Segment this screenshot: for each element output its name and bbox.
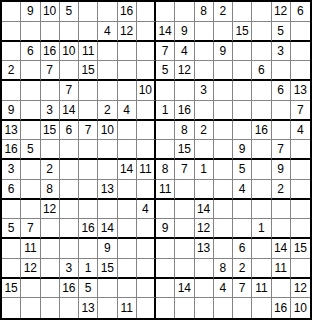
grid-cell-empty[interactable] (41, 81, 60, 101)
grid-cell-empty[interactable] (21, 279, 40, 299)
grid-cell-empty[interactable] (272, 219, 291, 239)
grid-cell-given: 14 (175, 279, 194, 299)
grid-cell-empty[interactable] (60, 22, 79, 42)
grid-cell-given: 6 (291, 2, 310, 22)
grid-cell-empty[interactable] (214, 61, 233, 81)
grid-cell-given: 3 (41, 101, 60, 121)
grid-cell-empty[interactable] (41, 22, 60, 42)
grid-cell-empty[interactable] (60, 140, 79, 160)
grid-cell-given: 16 (60, 279, 79, 299)
grid-cell-empty[interactable] (214, 22, 233, 42)
grid-cell-given: 13 (2, 121, 21, 141)
grid-cell-empty[interactable] (233, 298, 252, 318)
grid-cell-empty[interactable] (214, 200, 233, 220)
grid-cell-empty[interactable] (156, 2, 175, 22)
grid-cell-empty[interactable] (252, 140, 271, 160)
grid-cell-empty[interactable] (137, 42, 156, 62)
grid-cell-empty[interactable] (175, 259, 194, 279)
grid-cell-empty[interactable] (175, 239, 194, 259)
grid-cell-given: 11 (272, 259, 291, 279)
grid-cell-empty[interactable] (195, 140, 214, 160)
grid-cell-empty[interactable] (291, 61, 310, 81)
grid-cell-given: 7 (21, 219, 40, 239)
grid-cell-empty[interactable] (214, 180, 233, 200)
grid-cell-empty[interactable] (233, 81, 252, 101)
grid-cell-given: 13 (195, 239, 214, 259)
grid-cell-empty[interactable] (118, 200, 137, 220)
grid-cell-empty[interactable] (21, 101, 40, 121)
grid-cell-empty[interactable] (214, 160, 233, 180)
grid-cell-empty[interactable] (252, 180, 271, 200)
grid-cell-empty[interactable] (233, 200, 252, 220)
grid-cell-empty[interactable] (60, 180, 79, 200)
grid-cell-empty[interactable] (252, 42, 271, 62)
grid-cell-empty[interactable] (21, 200, 40, 220)
grid-cell-empty[interactable] (21, 160, 40, 180)
grid-cell-empty[interactable] (252, 200, 271, 220)
grid-cell-empty[interactable] (60, 61, 79, 81)
grid-cell-empty[interactable] (233, 121, 252, 141)
grid-cell-given: 15 (79, 61, 98, 81)
grid-cell-given: 10 (291, 298, 310, 318)
grid-cell-empty[interactable] (137, 121, 156, 141)
grid-cell-empty[interactable] (137, 101, 156, 121)
grid-cell-empty[interactable] (79, 2, 98, 22)
grid-cell-given: 14 (118, 160, 137, 180)
grid-cell-given: 6 (272, 81, 291, 101)
grid-cell-empty[interactable] (21, 180, 40, 200)
grid-cell-given: 11 (21, 239, 40, 259)
grid-cell-empty[interactable] (156, 81, 175, 101)
grid-cell-given: 9 (98, 239, 117, 259)
grid-cell-empty[interactable] (291, 219, 310, 239)
grid-cell-given: 9 (272, 160, 291, 180)
grid-cell-given: 10 (98, 121, 117, 141)
grid-cell-empty[interactable] (118, 81, 137, 101)
grid-cell-given: 4 (98, 22, 117, 42)
grid-cell-given: 6 (21, 42, 40, 62)
grid-cell-empty[interactable] (156, 200, 175, 220)
grid-cell-empty[interactable] (195, 279, 214, 299)
grid-cell-given: 5 (21, 140, 40, 160)
grid-cell-empty[interactable] (79, 22, 98, 42)
grid-cell-empty[interactable] (272, 279, 291, 299)
grid-cell-empty[interactable] (118, 239, 137, 259)
grid-cell-given: 11 (118, 298, 137, 318)
grid-cell-given: 4 (233, 180, 252, 200)
grid-cell-given: 1 (195, 160, 214, 180)
grid-cell-given: 9 (21, 2, 40, 22)
grid-cell-given: 16 (175, 101, 194, 121)
grid-cell-empty[interactable] (79, 180, 98, 200)
grid-cell-empty[interactable] (252, 101, 271, 121)
grid-cell-given: 3 (2, 160, 21, 180)
grid-cell-given: 11 (137, 160, 156, 180)
grid-cell-empty[interactable] (195, 101, 214, 121)
grid-cell-given: 2 (214, 2, 233, 22)
grid-cell-empty[interactable] (21, 298, 40, 318)
grid-cell-empty[interactable] (195, 22, 214, 42)
grid-cell-given: 4 (291, 121, 310, 141)
grid-cell-given: 7 (291, 101, 310, 121)
grid-cell-given: 14 (98, 219, 117, 239)
grid-cell-given: 7 (156, 42, 175, 62)
grid-cell-empty[interactable] (98, 279, 117, 299)
grid-cell-empty[interactable] (233, 2, 252, 22)
grid-cell-empty[interactable] (291, 180, 310, 200)
grid-cell-empty[interactable] (233, 219, 252, 239)
grid-cell-empty[interactable] (79, 140, 98, 160)
grid-cell-given: 8 (156, 160, 175, 180)
grid-cell-given: 14 (156, 22, 175, 42)
grid-cell-empty[interactable] (272, 121, 291, 141)
grid-cell-given: 5 (2, 219, 21, 239)
grid-cell-given: 9 (175, 22, 194, 42)
grid-cell-empty[interactable] (291, 140, 310, 160)
grid-cell-empty[interactable] (118, 42, 137, 62)
grid-cell-empty[interactable] (175, 219, 194, 239)
grid-cell-empty[interactable] (2, 200, 21, 220)
grid-cell-given: 12 (41, 200, 60, 220)
grid-cell-empty[interactable] (118, 180, 137, 200)
grid-cell-empty[interactable] (2, 81, 21, 101)
grid-cell-given: 8 (214, 259, 233, 279)
grid-cell-empty[interactable] (60, 239, 79, 259)
grid-cell-given: 7 (175, 160, 194, 180)
grid-cell-given: 14 (272, 239, 291, 259)
grid-cell-given: 16 (79, 219, 98, 239)
grid-cell-given: 12 (291, 279, 310, 299)
grid-cell-empty[interactable] (41, 239, 60, 259)
grid-cell-given: 13 (98, 180, 117, 200)
grid-cell-empty[interactable] (214, 101, 233, 121)
grid-cell-given: 5 (79, 279, 98, 299)
grid-cell-given: 9 (156, 219, 175, 239)
grid-cell-given: 1 (156, 101, 175, 121)
grid-cell-empty[interactable] (79, 81, 98, 101)
grid-cell-given: 8 (175, 121, 194, 141)
grid-cell-given: 5 (233, 160, 252, 180)
grid-cell-given: 13 (79, 298, 98, 318)
grid-cell-empty[interactable] (79, 239, 98, 259)
grid-cell-given: 7 (233, 279, 252, 299)
grid-cell-given: 10 (41, 2, 60, 22)
grid-cell-given: 2 (233, 259, 252, 279)
grid-cell-given: 14 (195, 200, 214, 220)
grid-cell-given: 11 (252, 279, 271, 299)
grid-cell-empty[interactable] (118, 121, 137, 141)
grid-cell-empty[interactable] (291, 160, 310, 180)
grid-cell-empty[interactable] (118, 259, 137, 279)
grid-cell-empty[interactable] (252, 239, 271, 259)
grid-cell-given: 12 (272, 2, 291, 22)
grid-cell-empty[interactable] (291, 22, 310, 42)
grid-cell-empty[interactable] (79, 200, 98, 220)
grid-cell-given: 5 (156, 61, 175, 81)
grid-cell-empty[interactable] (291, 200, 310, 220)
grid-cell-given: 14 (60, 101, 79, 121)
grid-cell-given: 15 (2, 279, 21, 299)
grid-cell-given: 6 (60, 121, 79, 141)
grid-cell-empty[interactable] (233, 101, 252, 121)
grid-cell-empty[interactable] (272, 61, 291, 81)
grid-cell-empty[interactable] (175, 81, 194, 101)
grid-cell-empty[interactable] (233, 61, 252, 81)
sudoku-board: 9105168212641214915561610117493271551267… (0, 0, 312, 320)
grid-cell-empty[interactable] (195, 298, 214, 318)
grid-cell-given: 15 (233, 22, 252, 42)
grid-cell-given: 12 (195, 219, 214, 239)
grid-cell-empty[interactable] (175, 180, 194, 200)
grid-cell-empty[interactable] (195, 259, 214, 279)
grid-cell-empty[interactable] (156, 259, 175, 279)
grid-cell-given: 6 (2, 180, 21, 200)
grid-cell-given: 3 (195, 81, 214, 101)
grid-cell-given: 11 (79, 42, 98, 62)
grid-cell-empty[interactable] (137, 180, 156, 200)
grid-cell-empty[interactable] (98, 61, 117, 81)
grid-cell-empty[interactable] (137, 279, 156, 299)
grid-cell-empty[interactable] (291, 259, 310, 279)
grid-cell-empty[interactable] (98, 200, 117, 220)
grid-cell-empty[interactable] (41, 219, 60, 239)
grid-cell-empty[interactable] (98, 298, 117, 318)
grid-cell-empty[interactable] (118, 61, 137, 81)
grid-cell-empty[interactable] (98, 140, 117, 160)
grid-cell-given: 1 (252, 219, 271, 239)
grid-cell-empty[interactable] (175, 298, 194, 318)
grid-cell-given: 7 (41, 61, 60, 81)
grid-cell-given: 12 (175, 61, 194, 81)
grid-cell-empty[interactable] (252, 2, 271, 22)
grid-cell-given: 7 (60, 81, 79, 101)
grid-cell-given: 5 (272, 22, 291, 42)
grid-cell-given: 15 (98, 259, 117, 279)
grid-cell-given: 1 (79, 259, 98, 279)
grid-cell-empty[interactable] (156, 239, 175, 259)
grid-cell-given: 2 (41, 160, 60, 180)
grid-cell-given: 5 (60, 2, 79, 22)
grid-cell-empty[interactable] (60, 160, 79, 180)
grid-cell-empty[interactable] (41, 140, 60, 160)
grid-cell-empty[interactable] (60, 219, 79, 239)
grid-cell-empty[interactable] (137, 140, 156, 160)
grid-cell-given: 12 (21, 259, 40, 279)
grid-cell-empty[interactable] (156, 298, 175, 318)
grid-cell-empty[interactable] (98, 160, 117, 180)
grid-cell-given: 4 (214, 279, 233, 299)
grid-cell-empty[interactable] (252, 259, 271, 279)
grid-cell-given: 7 (79, 121, 98, 141)
grid-cell-empty[interactable] (98, 42, 117, 62)
grid-cell-empty[interactable] (156, 279, 175, 299)
grid-cell-given: 11 (156, 180, 175, 200)
grid-cell-empty[interactable] (175, 200, 194, 220)
grid-cell-empty[interactable] (272, 101, 291, 121)
grid-cell-empty[interactable] (118, 140, 137, 160)
grid-cell-empty[interactable] (79, 160, 98, 180)
grid-cell-given: 16 (118, 2, 137, 22)
grid-cell-given: 9 (233, 140, 252, 160)
grid-cell-empty[interactable] (21, 121, 40, 141)
grid-cell-empty[interactable] (252, 22, 271, 42)
grid-cell-given: 16 (272, 298, 291, 318)
grid-cell-empty[interactable] (98, 2, 117, 22)
grid-cell-given: 16 (41, 42, 60, 62)
grid-cell-empty[interactable] (21, 61, 40, 81)
grid-cell-empty[interactable] (137, 259, 156, 279)
grid-cell-empty[interactable] (214, 81, 233, 101)
grid-cell-given: 9 (214, 42, 233, 62)
grid-cell-given: 9 (2, 101, 21, 121)
grid-cell-empty[interactable] (60, 298, 79, 318)
grid-cell-empty[interactable] (252, 298, 271, 318)
grid-cell-empty[interactable] (214, 140, 233, 160)
grid-cell-given: 15 (175, 140, 194, 160)
grid-cell-empty[interactable] (41, 279, 60, 299)
grid-cell-given: 2 (98, 101, 117, 121)
grid-cell-given: 3 (60, 259, 79, 279)
grid-cell-empty[interactable] (195, 180, 214, 200)
grid-cell-given: 4 (118, 101, 137, 121)
grid-cell-given: 15 (291, 239, 310, 259)
grid-cell-empty[interactable] (98, 81, 117, 101)
grid-cell-empty[interactable] (156, 121, 175, 141)
grid-cell-empty[interactable] (156, 140, 175, 160)
grid-cell-given: 3 (272, 42, 291, 62)
grid-cell-empty[interactable] (214, 298, 233, 318)
grid-cell-given: 8 (41, 180, 60, 200)
grid-cell-empty[interactable] (214, 239, 233, 259)
grid-cell-empty[interactable] (2, 259, 21, 279)
grid-cell-empty[interactable] (195, 61, 214, 81)
grid-cell-empty[interactable] (137, 2, 156, 22)
grid-cell-empty[interactable] (195, 42, 214, 62)
grid-cell-empty[interactable] (2, 298, 21, 318)
grid-cell-empty[interactable] (291, 42, 310, 62)
grid-cell-empty[interactable] (214, 121, 233, 141)
grid-cell-empty[interactable] (2, 2, 21, 22)
grid-cell-empty[interactable] (137, 239, 156, 259)
grid-cell-empty[interactable] (79, 101, 98, 121)
grid-cell-empty[interactable] (137, 61, 156, 81)
grid-cell-empty[interactable] (272, 200, 291, 220)
grid-cell-given: 2 (195, 121, 214, 141)
grid-cell-given: 4 (137, 200, 156, 220)
grid-cell-empty[interactable] (252, 81, 271, 101)
grid-cell-empty[interactable] (2, 239, 21, 259)
grid-cell-given: 12 (118, 22, 137, 42)
grid-cell-empty[interactable] (41, 298, 60, 318)
grid-cell-empty[interactable] (118, 219, 137, 239)
grid-cell-empty[interactable] (60, 200, 79, 220)
grid-cell-empty[interactable] (137, 298, 156, 318)
grid-cell-given: 6 (252, 61, 271, 81)
grid-cell-given: 13 (291, 81, 310, 101)
grid-cell-empty[interactable] (21, 81, 40, 101)
grid-cell-given: 10 (60, 42, 79, 62)
grid-cell-empty[interactable] (2, 42, 21, 62)
grid-cell-empty[interactable] (41, 259, 60, 279)
grid-cell-given: 8 (195, 2, 214, 22)
grid-cell-given: 2 (2, 61, 21, 81)
grid-cell-empty[interactable] (175, 2, 194, 22)
grid-cell-empty[interactable] (233, 42, 252, 62)
grid-cell-empty[interactable] (252, 160, 271, 180)
grid-cell-given: 7 (272, 140, 291, 160)
grid-cell-empty[interactable] (137, 22, 156, 42)
grid-cell-given: 15 (41, 121, 60, 141)
grid-cell-given: 6 (233, 239, 252, 259)
grid-cell-given: 16 (2, 140, 21, 160)
grid-cell-empty[interactable] (2, 22, 21, 42)
grid-cell-empty[interactable] (214, 219, 233, 239)
grid-cell-given: 2 (272, 180, 291, 200)
grid-cell-empty[interactable] (137, 219, 156, 239)
grid-cell-empty[interactable] (21, 22, 40, 42)
grid-cell-empty[interactable] (118, 279, 137, 299)
grid-cell-given: 16 (252, 121, 271, 141)
grid-cell-given: 10 (137, 81, 156, 101)
grid-cell-given: 4 (175, 42, 194, 62)
